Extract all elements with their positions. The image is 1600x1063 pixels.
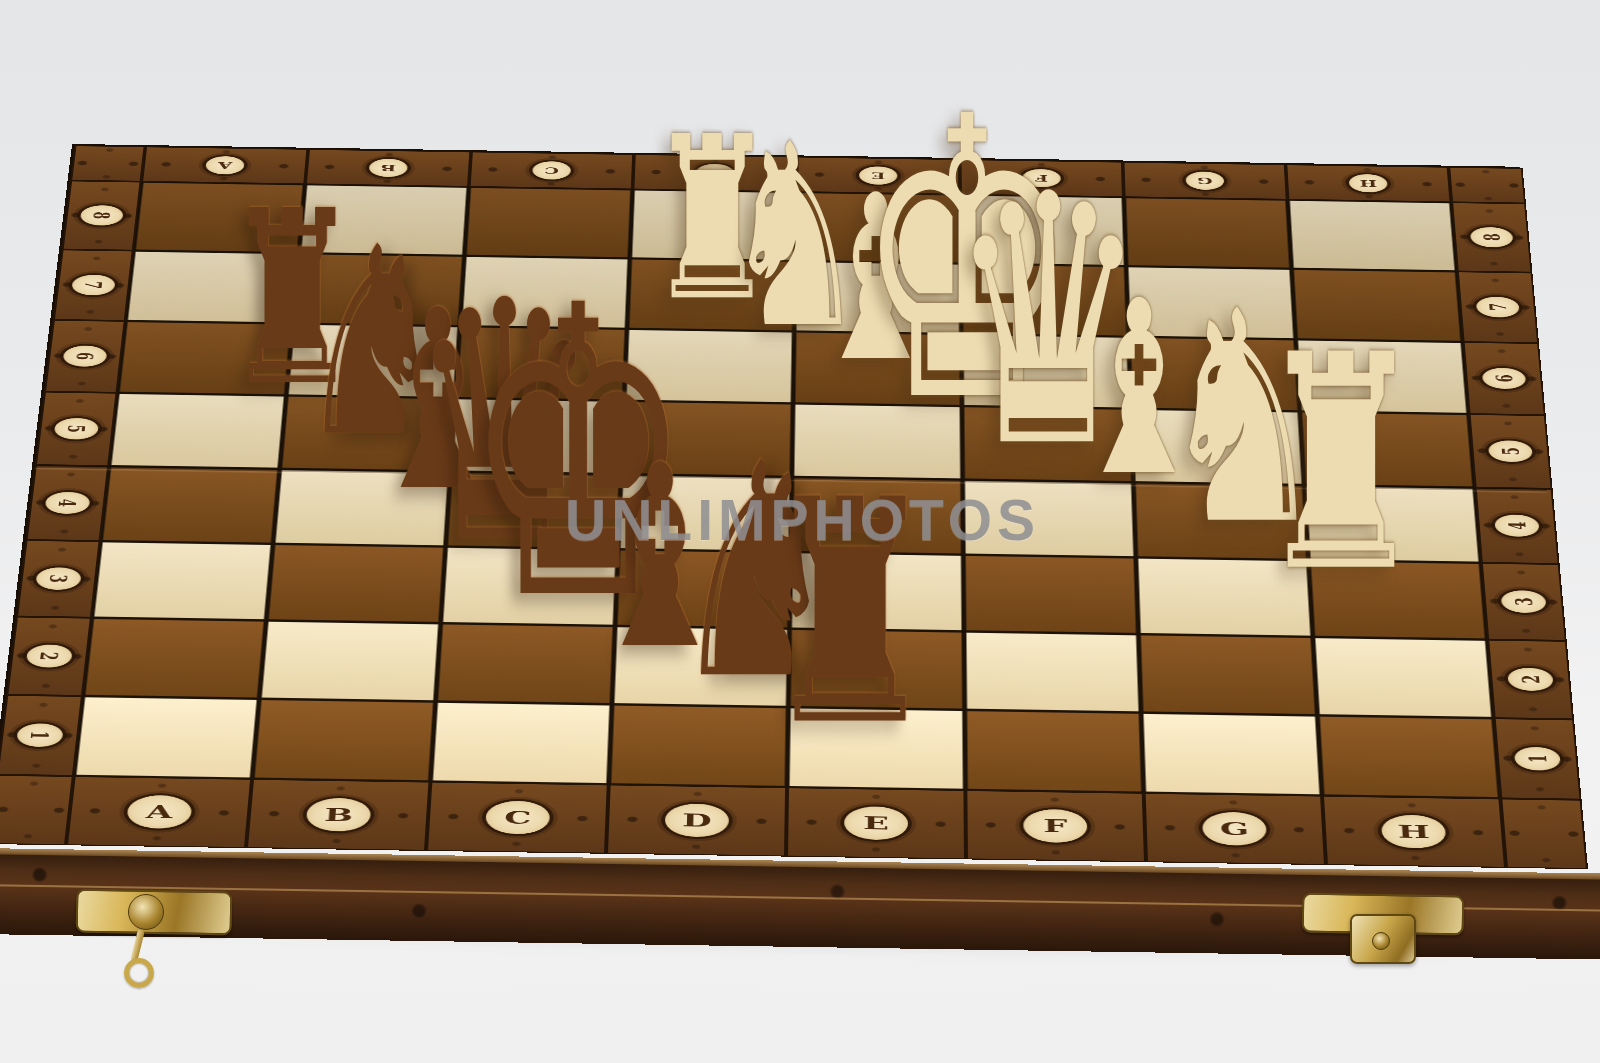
- rank-number: 1: [16, 723, 64, 747]
- file-label-h: H: [1322, 796, 1506, 868]
- square-f3[interactable]: [963, 555, 1138, 634]
- square-a1[interactable]: [74, 696, 259, 779]
- rank-number: 4: [44, 492, 90, 515]
- file-label-a: A: [66, 776, 252, 848]
- rank-number: 8: [1470, 227, 1514, 248]
- left-clasp-icon: [72, 886, 242, 986]
- file-label-c: C: [426, 782, 609, 854]
- rank-number: 2: [1507, 668, 1554, 692]
- file-letter: G: [1185, 171, 1224, 190]
- rank-label-4-right: 4: [1475, 488, 1560, 564]
- rank-label-1-left: 1: [0, 695, 83, 776]
- rank-number: 6: [62, 345, 107, 367]
- board-border-corner: [70, 145, 145, 181]
- rank-label-4-left: 4: [26, 465, 109, 541]
- square-a2[interactable]: [83, 618, 266, 699]
- rank-number: 5: [53, 418, 99, 440]
- file-label-top-h: H: [1286, 164, 1452, 202]
- square-b1[interactable]: [252, 699, 435, 782]
- file-letter: B: [305, 798, 371, 832]
- rank-number: 2: [26, 644, 74, 667]
- white-rook[interactable]: ♜: [1256, 316, 1426, 612]
- file-label-top-c: C: [469, 152, 634, 190]
- file-letter: G: [1202, 812, 1267, 846]
- stock-photo-watermark: UNLIMPHOTOS: [565, 487, 1040, 553]
- square-h2[interactable]: [1313, 637, 1494, 718]
- rank-number: 7: [71, 274, 116, 295]
- square-c1[interactable]: [430, 702, 612, 785]
- rank-number: 7: [1476, 296, 1520, 317]
- rank-label-3-right: 3: [1481, 563, 1567, 641]
- board-border-corner: [1500, 798, 1588, 869]
- file-label-b: B: [246, 779, 430, 851]
- square-g2[interactable]: [1138, 634, 1317, 715]
- rank-label-6-left: 6: [44, 320, 125, 393]
- square-h1[interactable]: [1317, 715, 1500, 798]
- square-f2[interactable]: [964, 631, 1141, 712]
- rank-number: 8: [80, 205, 124, 226]
- file-letter: C: [485, 800, 550, 834]
- file-label-g: G: [1144, 793, 1326, 865]
- clasp-medallion: [128, 894, 164, 930]
- file-letter: D: [665, 803, 730, 837]
- right-clasp-icon: [1302, 892, 1472, 992]
- rank-label-5-right: 5: [1469, 414, 1553, 489]
- board-border-corner: [1448, 167, 1526, 204]
- square-b2[interactable]: [259, 620, 440, 701]
- rank-label-2-left: 2: [6, 617, 91, 696]
- rank-label-8-right: 8: [1451, 202, 1532, 272]
- rank-number: 3: [35, 567, 82, 590]
- rank-label-5-left: 5: [35, 392, 117, 467]
- rank-number: 6: [1482, 368, 1527, 390]
- square-g1[interactable]: [1141, 713, 1322, 796]
- rank-number: 1: [1514, 747, 1561, 771]
- latch-pin: [1372, 932, 1390, 950]
- file-letter: C: [532, 161, 571, 180]
- rank-label-7-left: 7: [53, 249, 133, 320]
- file-letter: H: [1381, 815, 1447, 849]
- rank-number: 4: [1494, 514, 1540, 537]
- rank-label-1-right: 1: [1494, 718, 1582, 800]
- file-label-top-g: G: [1123, 162, 1288, 200]
- file-letter: H: [1349, 174, 1388, 193]
- rank-label-8-left: 8: [62, 181, 142, 251]
- file-letter: A: [126, 795, 193, 829]
- file-label-e: E: [786, 787, 966, 859]
- rank-label-6-right: 6: [1463, 342, 1546, 415]
- square-a3[interactable]: [92, 541, 273, 620]
- board-border-corner: [0, 775, 74, 845]
- file-label-d: D: [606, 784, 787, 856]
- file-letter: B: [369, 159, 408, 178]
- rank-label-7-right: 7: [1457, 271, 1539, 343]
- chess-photo-scene: ABCDEFGH8877665544332211ABCDEFGH UNLIMPH…: [0, 0, 1600, 1063]
- rank-number: 5: [1488, 440, 1533, 462]
- file-letter: E: [844, 806, 908, 840]
- rank-label-3-left: 3: [16, 540, 100, 618]
- rank-number: 3: [1501, 590, 1547, 613]
- file-label-f: F: [965, 790, 1146, 862]
- square-a4[interactable]: [100, 466, 279, 544]
- key-bow: [124, 958, 154, 988]
- rank-label-2-right: 2: [1487, 640, 1574, 720]
- file-letter: F: [1023, 809, 1087, 843]
- square-f1[interactable]: [965, 710, 1144, 793]
